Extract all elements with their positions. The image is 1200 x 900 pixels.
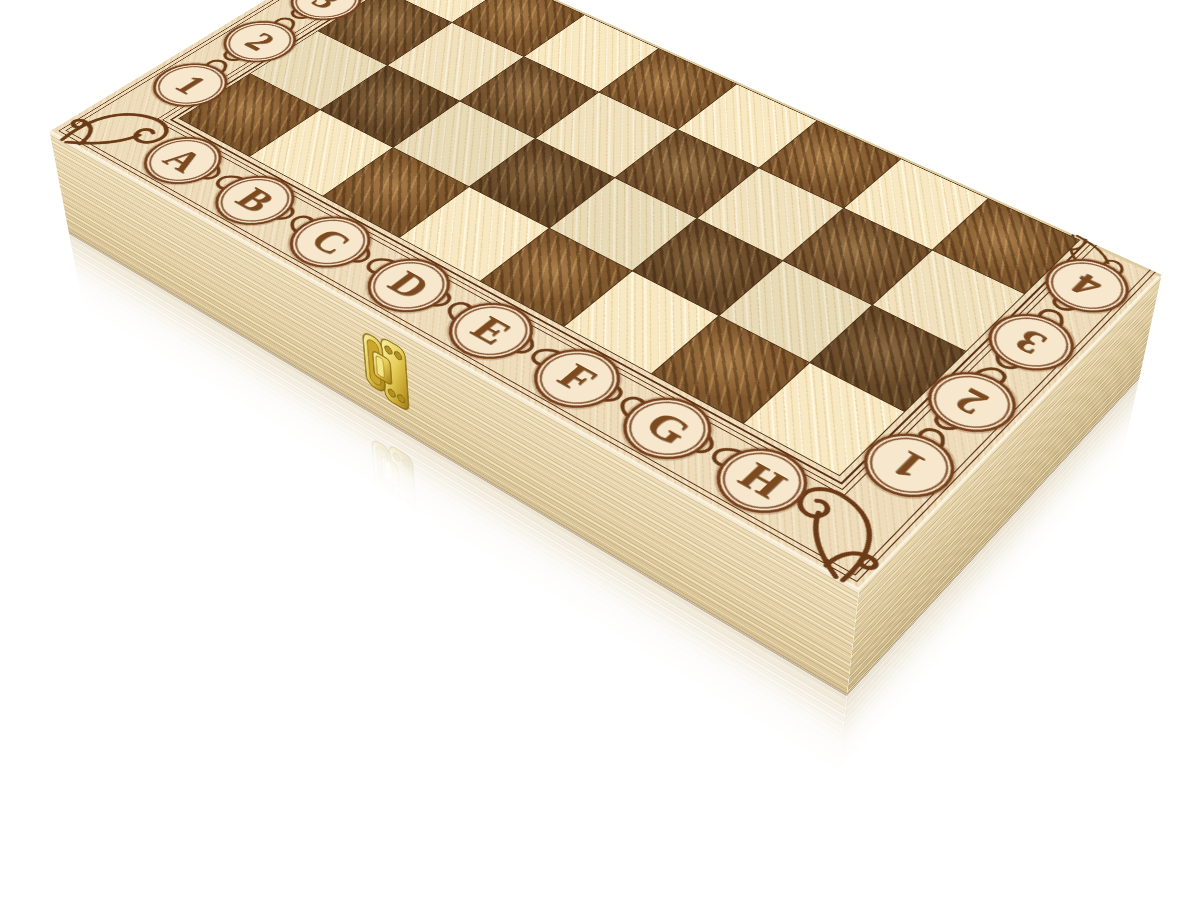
coordinate-glyph: 1 — [167, 71, 213, 98]
brass-latch-icon — [357, 317, 414, 420]
coordinate-glyph: 1 — [884, 445, 934, 485]
coordinate-glyph: B — [228, 183, 282, 217]
coordinate-glyph: C — [302, 224, 359, 261]
coordinate-glyph: A — [155, 144, 210, 178]
coordinate-glyph: E — [463, 311, 520, 350]
product-photo-scene: ABCDEFGH12344321 — [0, 0, 1200, 900]
chess-box-3d: ABCDEFGH12344321 — [69, 20, 1140, 694]
coordinate-glyph: D — [380, 266, 438, 304]
coordinate-glyph: 2 — [237, 29, 282, 55]
coordinate-glyph: 4 — [1064, 269, 1109, 303]
coordinate-glyph: 3 — [304, 0, 347, 13]
chess-box: ABCDEFGH12344321 — [100, 52, 1070, 553]
coordinate-glyph: H — [730, 457, 794, 504]
coordinate-glyph: G — [636, 406, 699, 451]
coordinate-glyph: 2 — [948, 383, 996, 421]
coordinate-glyph: 3 — [1008, 324, 1055, 360]
coordinate-glyph: F — [549, 359, 604, 399]
